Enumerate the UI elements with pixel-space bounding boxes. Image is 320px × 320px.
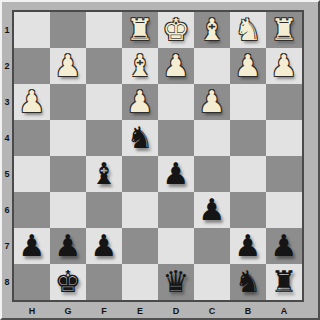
square-c4[interactable] xyxy=(194,120,230,156)
square-h2[interactable] xyxy=(14,48,50,84)
piece-bP-a7[interactable]: ♟ xyxy=(271,228,298,264)
file-label-h: H xyxy=(14,302,50,320)
piece-bK-g8[interactable]: ♚ xyxy=(55,264,82,300)
square-d7[interactable] xyxy=(158,228,194,264)
rank-label-6: 6 xyxy=(2,192,12,228)
rank-label-5: 5 xyxy=(2,156,12,192)
piece-bN-e4[interactable]: ♞ xyxy=(127,120,154,156)
square-d1[interactable]: ♚ xyxy=(158,12,194,48)
square-a6[interactable] xyxy=(266,192,302,228)
square-a4[interactable] xyxy=(266,120,302,156)
file-label-d: D xyxy=(158,302,194,320)
piece-bB-f5[interactable]: ♝ xyxy=(91,156,118,192)
piece-bP-d5[interactable]: ♟ xyxy=(163,156,190,192)
square-f6[interactable] xyxy=(86,192,122,228)
square-e3[interactable]: ♟ xyxy=(122,84,158,120)
square-g3[interactable] xyxy=(50,84,86,120)
chess-board: ♜♚♝♞♜♟♝♟♟♟♟♟♟♞♝♟♟♟♟♟♟♟♚♛♞♜ xyxy=(12,10,304,302)
piece-wR-e1[interactable]: ♜ xyxy=(127,12,154,48)
square-e6[interactable] xyxy=(122,192,158,228)
piece-wP-d2[interactable]: ♟ xyxy=(163,48,190,84)
square-d3[interactable] xyxy=(158,84,194,120)
rank-label-7: 7 xyxy=(2,228,12,264)
square-c6[interactable]: ♟ xyxy=(194,192,230,228)
piece-wP-g2[interactable]: ♟ xyxy=(55,48,82,84)
square-h7[interactable]: ♟ xyxy=(14,228,50,264)
square-g8[interactable]: ♚ xyxy=(50,264,86,300)
square-b2[interactable]: ♟ xyxy=(230,48,266,84)
square-d5[interactable]: ♟ xyxy=(158,156,194,192)
square-f8[interactable] xyxy=(86,264,122,300)
square-f3[interactable] xyxy=(86,84,122,120)
square-c2[interactable] xyxy=(194,48,230,84)
square-h6[interactable] xyxy=(14,192,50,228)
square-b7[interactable]: ♟ xyxy=(230,228,266,264)
rank-label-2: 2 xyxy=(2,48,12,84)
square-g4[interactable] xyxy=(50,120,86,156)
piece-bR-a8[interactable]: ♜ xyxy=(271,264,298,300)
square-h4[interactable] xyxy=(14,120,50,156)
piece-wK-d1[interactable]: ♚ xyxy=(163,12,190,48)
rank-label-8: 8 xyxy=(2,264,12,300)
square-c7[interactable] xyxy=(194,228,230,264)
square-b6[interactable] xyxy=(230,192,266,228)
file-label-g: G xyxy=(50,302,86,320)
piece-wP-c3[interactable]: ♟ xyxy=(199,84,226,120)
square-h1[interactable] xyxy=(14,12,50,48)
piece-bP-c6[interactable]: ♟ xyxy=(199,192,226,228)
rank-label-3: 3 xyxy=(2,84,12,120)
square-a8[interactable]: ♜ xyxy=(266,264,302,300)
square-c5[interactable] xyxy=(194,156,230,192)
piece-bP-g7[interactable]: ♟ xyxy=(55,228,82,264)
file-label-f: F xyxy=(86,302,122,320)
square-g1[interactable] xyxy=(50,12,86,48)
square-f5[interactable]: ♝ xyxy=(86,156,122,192)
square-g2[interactable]: ♟ xyxy=(50,48,86,84)
square-e2[interactable]: ♝ xyxy=(122,48,158,84)
piece-bP-b7[interactable]: ♟ xyxy=(235,228,262,264)
piece-bP-f7[interactable]: ♟ xyxy=(91,228,118,264)
piece-wB-c1[interactable]: ♝ xyxy=(199,12,226,48)
piece-wP-b2[interactable]: ♟ xyxy=(235,48,262,84)
square-g7[interactable]: ♟ xyxy=(50,228,86,264)
square-e8[interactable] xyxy=(122,264,158,300)
square-b5[interactable] xyxy=(230,156,266,192)
file-label-e: E xyxy=(122,302,158,320)
square-e7[interactable] xyxy=(122,228,158,264)
square-a5[interactable] xyxy=(266,156,302,192)
square-a2[interactable]: ♟ xyxy=(266,48,302,84)
rank-labels: 12345678 xyxy=(2,12,12,300)
square-g6[interactable] xyxy=(50,192,86,228)
square-e5[interactable] xyxy=(122,156,158,192)
file-label-c: C xyxy=(194,302,230,320)
piece-wN-b1[interactable]: ♞ xyxy=(235,12,262,48)
square-e4[interactable]: ♞ xyxy=(122,120,158,156)
square-f4[interactable] xyxy=(86,120,122,156)
rank-label-4: 4 xyxy=(2,120,12,156)
square-a1[interactable]: ♜ xyxy=(266,12,302,48)
square-b1[interactable]: ♞ xyxy=(230,12,266,48)
rank-label-1: 1 xyxy=(2,12,12,48)
piece-bQ-d8[interactable]: ♛ xyxy=(163,264,190,300)
piece-wR-a1[interactable]: ♜ xyxy=(271,12,298,48)
square-b8[interactable]: ♞ xyxy=(230,264,266,300)
piece-wP-h3[interactable]: ♟ xyxy=(19,84,46,120)
square-f1[interactable] xyxy=(86,12,122,48)
square-e1[interactable]: ♜ xyxy=(122,12,158,48)
file-labels: HGFEDCBA xyxy=(14,302,302,320)
square-h8[interactable] xyxy=(14,264,50,300)
piece-wB-e2[interactable]: ♝ xyxy=(127,48,154,84)
square-b3[interactable] xyxy=(230,84,266,120)
file-label-a: A xyxy=(266,302,302,320)
square-h5[interactable] xyxy=(14,156,50,192)
square-c3[interactable]: ♟ xyxy=(194,84,230,120)
square-d8[interactable]: ♛ xyxy=(158,264,194,300)
square-a7[interactable]: ♟ xyxy=(266,228,302,264)
piece-bP-h7[interactable]: ♟ xyxy=(19,228,46,264)
square-b4[interactable] xyxy=(230,120,266,156)
square-f7[interactable]: ♟ xyxy=(86,228,122,264)
square-d2[interactable]: ♟ xyxy=(158,48,194,84)
square-c8[interactable] xyxy=(194,264,230,300)
square-g5[interactable] xyxy=(50,156,86,192)
square-d4[interactable] xyxy=(158,120,194,156)
square-h3[interactable]: ♟ xyxy=(14,84,50,120)
piece-wP-e3[interactable]: ♟ xyxy=(127,84,154,120)
square-f2[interactable] xyxy=(86,48,122,84)
file-label-b: B xyxy=(230,302,266,320)
square-a3[interactable] xyxy=(266,84,302,120)
chess-diagram: 12345678 ♜♚♝♞♜♟♝♟♟♟♟♟♟♞♝♟♟♟♟♟♟♟♚♛♞♜ HGFE… xyxy=(0,0,320,320)
square-d6[interactable] xyxy=(158,192,194,228)
square-c1[interactable]: ♝ xyxy=(194,12,230,48)
piece-bN-b8[interactable]: ♞ xyxy=(235,264,262,300)
piece-wP-a2[interactable]: ♟ xyxy=(271,48,298,84)
